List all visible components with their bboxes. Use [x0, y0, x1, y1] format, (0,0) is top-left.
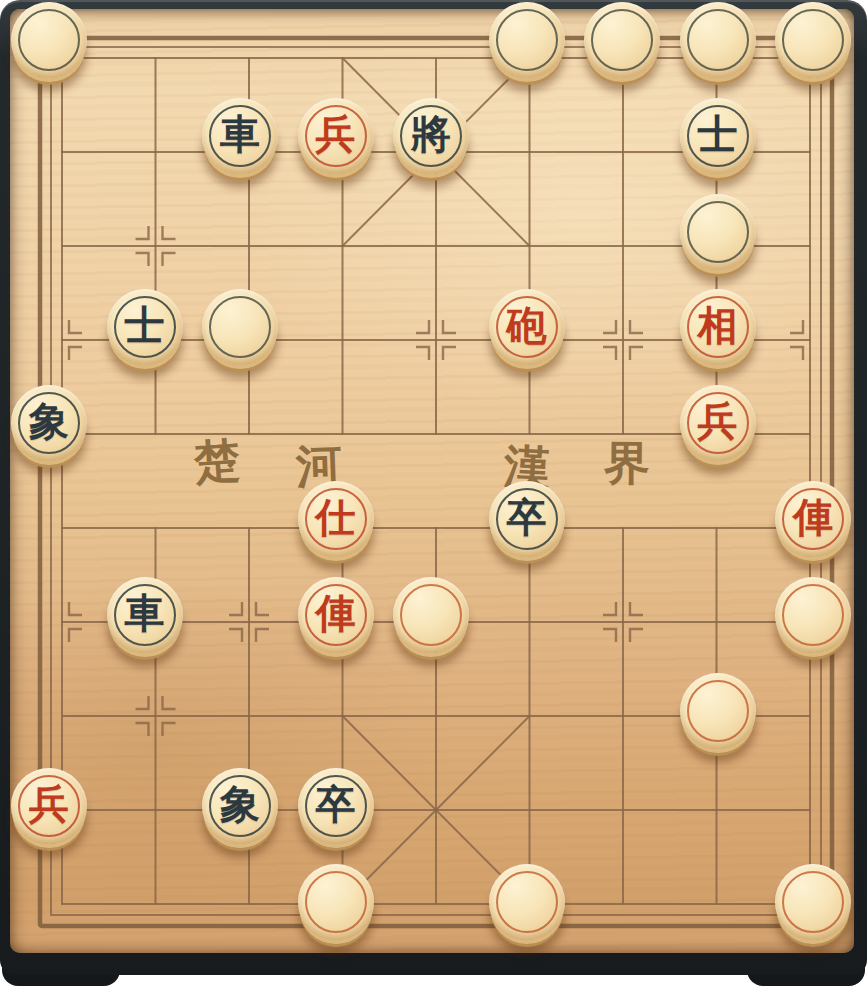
piece-glyph [489, 2, 565, 78]
piece-glyph: 象 [11, 385, 87, 461]
piece-hidden-black[interactable] [584, 2, 660, 78]
piece-hidden-black[interactable] [11, 2, 87, 78]
piece-glyph [775, 577, 851, 653]
piece-black-chariot[interactable]: 車 [202, 98, 278, 174]
piece-glyph: 士 [680, 98, 756, 174]
piece-glyph: 砲 [489, 289, 565, 365]
piece-ring [305, 488, 367, 550]
piece-red-chariot[interactable]: 俥 [298, 577, 374, 653]
piece-glyph [298, 864, 374, 940]
piece-red-soldier[interactable]: 兵 [11, 768, 87, 844]
piece-ring [687, 296, 749, 358]
piece-hidden-black[interactable] [202, 289, 278, 365]
piece-glyph: 相 [680, 289, 756, 365]
piece-ring [18, 775, 80, 837]
piece-ring [687, 9, 749, 71]
piece-ring [209, 775, 271, 837]
piece-hidden-black[interactable] [680, 2, 756, 78]
piece-red-elephant[interactable]: 相 [680, 289, 756, 365]
piece-red-soldier[interactable]: 兵 [298, 98, 374, 174]
piece-glyph: 仕 [298, 481, 374, 557]
piece-glyph: 將 [393, 98, 469, 174]
piece-glyph: 車 [202, 98, 278, 174]
piece-glyph: 兵 [11, 768, 87, 844]
piece-black-general[interactable]: 將 [393, 98, 469, 174]
piece-ring [496, 296, 558, 358]
piece-hidden-black[interactable] [775, 2, 851, 78]
piece-red-cannon[interactable]: 砲 [489, 289, 565, 365]
piece-glyph [775, 2, 851, 78]
piece-ring [496, 488, 558, 550]
piece-glyph: 兵 [298, 98, 374, 174]
piece-ring [687, 105, 749, 167]
piece-glyph: 象 [202, 768, 278, 844]
piece-ring [209, 296, 271, 358]
piece-ring [400, 584, 462, 646]
piece-glyph [11, 2, 87, 78]
piece-black-chariot[interactable]: 車 [107, 577, 183, 653]
piece-glyph [680, 194, 756, 270]
piece-black-elephant[interactable]: 象 [202, 768, 278, 844]
piece-ring [209, 105, 271, 167]
piece-hidden-black[interactable] [680, 194, 756, 270]
piece-hidden-red[interactable] [393, 577, 469, 653]
piece-black-elephant[interactable]: 象 [11, 385, 87, 461]
piece-glyph: 俥 [775, 481, 851, 557]
piece-ring [18, 9, 80, 71]
piece-ring [305, 584, 367, 646]
piece-glyph [393, 577, 469, 653]
piece-black-advisor[interactable]: 士 [680, 98, 756, 174]
piece-ring [782, 488, 844, 550]
piece-ring [496, 871, 558, 933]
piece-ring [114, 584, 176, 646]
piece-hidden-red[interactable] [298, 864, 374, 940]
piece-hidden-red[interactable] [775, 864, 851, 940]
piece-glyph: 士 [107, 289, 183, 365]
piece-ring [782, 584, 844, 646]
piece-hidden-black[interactable] [489, 2, 565, 78]
piece-ring [305, 871, 367, 933]
piece-glyph: 俥 [298, 577, 374, 653]
pieces-layer: 車兵將士士砲相象兵仕卒俥車俥兵象卒 [0, 0, 867, 986]
piece-ring [687, 392, 749, 454]
piece-hidden-red[interactable] [775, 577, 851, 653]
piece-ring [400, 105, 462, 167]
piece-glyph [680, 673, 756, 749]
piece-glyph: 卒 [298, 768, 374, 844]
piece-ring [496, 9, 558, 71]
piece-black-advisor[interactable]: 士 [107, 289, 183, 365]
piece-ring [18, 392, 80, 454]
piece-red-chariot[interactable]: 俥 [775, 481, 851, 557]
piece-ring [782, 871, 844, 933]
piece-glyph: 卒 [489, 481, 565, 557]
xiangqi-board-app: 楚 河 漢 界 車兵將士士砲相象兵仕卒俥車俥兵象卒 [0, 0, 867, 986]
piece-hidden-red[interactable] [680, 673, 756, 749]
piece-ring [114, 296, 176, 358]
piece-glyph [489, 864, 565, 940]
piece-black-soldier[interactable]: 卒 [298, 768, 374, 844]
piece-black-soldier[interactable]: 卒 [489, 481, 565, 557]
piece-glyph [202, 289, 278, 365]
piece-ring [782, 9, 844, 71]
piece-glyph [680, 2, 756, 78]
piece-red-advisor[interactable]: 仕 [298, 481, 374, 557]
piece-ring [687, 201, 749, 263]
piece-glyph: 車 [107, 577, 183, 653]
piece-ring [305, 105, 367, 167]
piece-ring [305, 775, 367, 837]
piece-glyph: 兵 [680, 385, 756, 461]
piece-ring [591, 9, 653, 71]
piece-glyph [775, 864, 851, 940]
piece-ring [687, 680, 749, 742]
piece-glyph [584, 2, 660, 78]
piece-hidden-red[interactable] [489, 864, 565, 940]
piece-red-soldier[interactable]: 兵 [680, 385, 756, 461]
